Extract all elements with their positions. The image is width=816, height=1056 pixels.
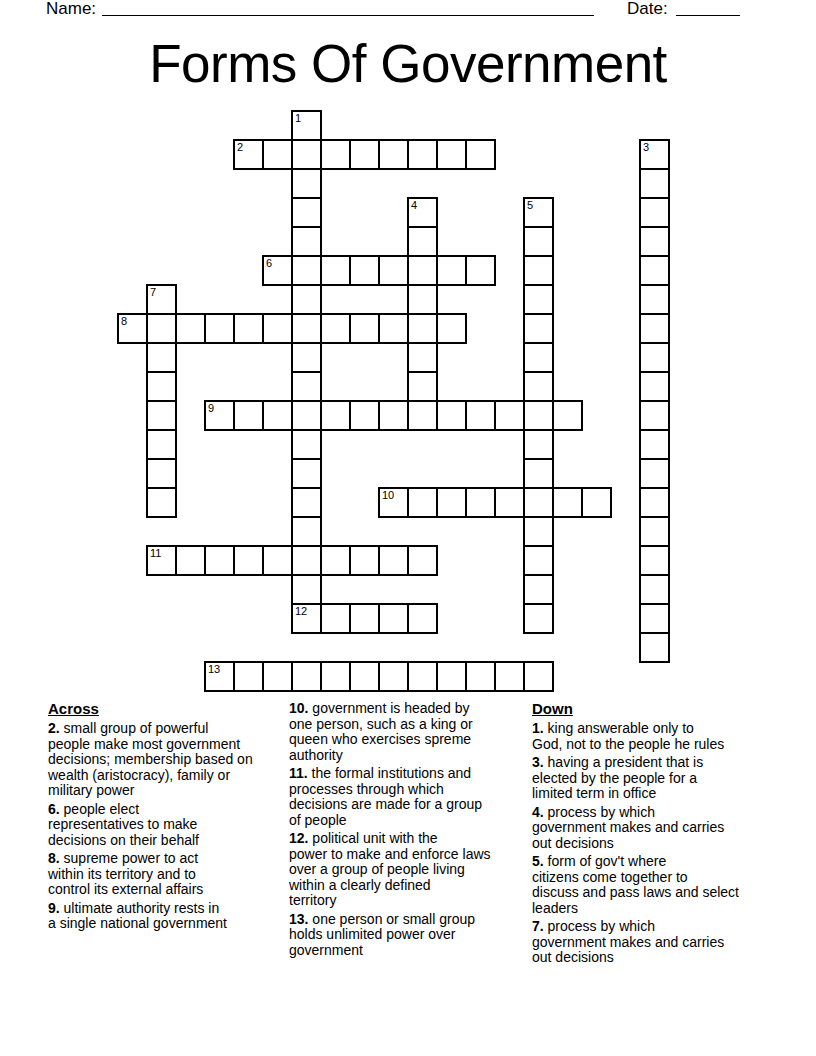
grid-cell[interactable] — [320, 661, 351, 692]
clue-number-label: 8 — [121, 315, 127, 327]
grid-cell[interactable] — [523, 400, 554, 431]
page-title: Forms Of Government — [0, 36, 816, 91]
clue-across-9: 9. ultimate authority rests in a single … — [48, 901, 289, 932]
grid-cell[interactable] — [436, 313, 467, 344]
grid-cell[interactable] — [465, 139, 496, 170]
grid-cell[interactable] — [378, 139, 409, 170]
grid-cell[interactable] — [291, 661, 322, 692]
clue-number: 5. — [532, 853, 544, 869]
grid-cell[interactable] — [146, 342, 177, 373]
grid-cell[interactable] — [233, 661, 264, 692]
clue-number-label: 4 — [411, 199, 417, 211]
clue-text: political unit with the power to make an… — [289, 830, 491, 908]
clue-text: one person or small group holds unlimite… — [289, 911, 475, 958]
grid-cell[interactable] — [639, 342, 670, 373]
grid-cell[interactable] — [320, 255, 351, 286]
grid-cell[interactable] — [465, 400, 496, 431]
grid-cell[interactable] — [465, 661, 496, 692]
grid-cell[interactable] — [639, 487, 670, 518]
clue-number: 3. — [532, 754, 544, 770]
grid-cell[interactable]: 4 — [407, 197, 438, 228]
clue-down-3: 3. having a president that is elected by… — [532, 755, 780, 802]
grid-cell[interactable] — [407, 603, 438, 634]
clue-down-1: 1. king answerable only to God, not to t… — [532, 721, 780, 752]
clues-section: Across 2. small group of powerful people… — [48, 701, 780, 969]
clue-number: 7. — [532, 918, 544, 934]
grid-cell[interactable] — [523, 603, 554, 634]
grid-cell[interactable] — [407, 139, 438, 170]
down-heading: Down — [532, 701, 780, 717]
grid-cell[interactable] — [262, 545, 293, 576]
grid-cell[interactable] — [407, 226, 438, 257]
grid-cell[interactable] — [378, 400, 409, 431]
clue-down-7: 7. process by which government makes and… — [532, 919, 780, 966]
grid-cell[interactable]: 12 — [291, 603, 322, 634]
grid-cell[interactable] — [291, 197, 322, 228]
grid-cell[interactable] — [291, 168, 322, 199]
crossword-grid: 11223456789101113 — [117, 110, 670, 692]
clue-number-label: 5 — [527, 199, 533, 211]
grid-cell[interactable] — [320, 603, 351, 634]
grid-cell[interactable]: 2 — [233, 139, 264, 170]
grid-cell[interactable] — [291, 487, 322, 518]
grid-cell[interactable] — [639, 313, 670, 344]
grid-cell[interactable] — [291, 284, 322, 315]
grid-cell[interactable] — [552, 487, 583, 518]
grid-cell[interactable]: 10 — [378, 487, 409, 518]
grid-cell[interactable] — [233, 313, 264, 344]
grid-cell[interactable] — [320, 139, 351, 170]
grid-cell[interactable] — [291, 516, 322, 547]
across-heading: Across — [48, 701, 289, 717]
clue-text: ultimate authority rests in a single nat… — [48, 900, 227, 932]
grid-cell[interactable] — [407, 545, 438, 576]
grid-cell[interactable] — [639, 168, 670, 199]
grid-cell[interactable] — [378, 603, 409, 634]
grid-cell[interactable] — [204, 313, 235, 344]
grid-cell[interactable] — [291, 139, 322, 170]
clue-across-10: 10. government is headed by one person, … — [289, 701, 532, 763]
clue-text: government is headed by one person, such… — [289, 700, 473, 763]
name-input-line[interactable] — [102, 1, 594, 16]
clue-number-label: 12 — [295, 605, 307, 617]
clue-number-label: 13 — [208, 663, 220, 675]
clue-across-8: 8. supreme power to act within its terri… — [48, 851, 289, 898]
grid-cell[interactable] — [523, 545, 554, 576]
grid-cell[interactable] — [320, 400, 351, 431]
grid-cell[interactable] — [291, 545, 322, 576]
grid-cell[interactable] — [523, 516, 554, 547]
clue-number: 10. — [289, 700, 308, 716]
grid-cell[interactable]: 11 — [146, 545, 177, 576]
down-clues-column: Down 1. king answerable only to God, not… — [532, 701, 780, 969]
grid-cell[interactable] — [523, 574, 554, 605]
grid-cell[interactable] — [407, 313, 438, 344]
clue-number: 12. — [289, 830, 308, 846]
grid-cell[interactable]: 13 — [204, 661, 235, 692]
clue-text: supreme power to act within its territor… — [48, 850, 203, 897]
grid-cell[interactable] — [175, 313, 206, 344]
grid-cell[interactable] — [233, 400, 264, 431]
grid-cell[interactable] — [465, 487, 496, 518]
grid-cell[interactable]: 7 — [146, 284, 177, 315]
clue-number-label: 3 — [643, 141, 649, 153]
grid-cell[interactable] — [291, 400, 322, 431]
clue-text: people elect representatives to make dec… — [48, 801, 199, 848]
grid-cell[interactable]: 8 — [117, 313, 148, 344]
grid-cell[interactable] — [407, 371, 438, 402]
grid-cell[interactable] — [146, 400, 177, 431]
grid-cell[interactable] — [349, 255, 380, 286]
grid-cell[interactable] — [639, 574, 670, 605]
grid-cell[interactable] — [639, 284, 670, 315]
grid-cell[interactable] — [204, 545, 235, 576]
date-input-line[interactable] — [676, 1, 740, 16]
grid-cell[interactable] — [291, 255, 322, 286]
grid-cell[interactable] — [523, 458, 554, 489]
grid-cell[interactable] — [175, 545, 206, 576]
grid-cell[interactable] — [523, 313, 554, 344]
clue-text: process by which government makes and ca… — [532, 918, 724, 965]
clue-text: process by which government makes and ca… — [532, 804, 724, 851]
clue-text: the formal institutions and processes th… — [289, 765, 482, 828]
grid-cell[interactable] — [407, 255, 438, 286]
grid-cell[interactable] — [146, 371, 177, 402]
grid-cell[interactable] — [639, 516, 670, 547]
grid-cell[interactable]: 9 — [204, 400, 235, 431]
grid-cell[interactable] — [291, 429, 322, 460]
clue-number: 13. — [289, 911, 308, 927]
grid-cell[interactable] — [639, 632, 670, 663]
grid-cell[interactable] — [407, 342, 438, 373]
grid-cell[interactable] — [552, 400, 583, 431]
clue-number-label: 9 — [208, 402, 214, 414]
grid-cell[interactable] — [523, 429, 554, 460]
clue-number-label: 10 — [382, 489, 394, 501]
grid-cell[interactable] — [291, 458, 322, 489]
grid-cell[interactable] — [146, 487, 177, 518]
grid-cell[interactable] — [436, 400, 467, 431]
grid-cell[interactable] — [639, 400, 670, 431]
clue-down-4: 4. process by which government makes and… — [532, 805, 780, 852]
grid-cell[interactable] — [436, 661, 467, 692]
clue-number: 11. — [289, 765, 308, 781]
grid-cell[interactable] — [378, 545, 409, 576]
date-label: Date: — [627, 0, 668, 17]
grid-cell[interactable] — [581, 487, 612, 518]
grid-cell[interactable] — [349, 603, 380, 634]
grid-cell[interactable] — [407, 487, 438, 518]
grid-cell[interactable] — [523, 371, 554, 402]
grid-cell[interactable] — [291, 574, 322, 605]
grid-cell[interactable] — [639, 255, 670, 286]
grid-cell[interactable] — [523, 487, 554, 518]
grid-cell[interactable] — [465, 255, 496, 286]
grid-cell[interactable] — [291, 313, 322, 344]
grid-cell[interactable] — [523, 255, 554, 286]
grid-cell[interactable]: 6 — [262, 255, 293, 286]
grid-cell[interactable] — [523, 342, 554, 373]
grid-cell[interactable] — [378, 313, 409, 344]
grid-cell[interactable] — [291, 342, 322, 373]
clue-number: 8. — [48, 850, 60, 866]
clue-number-label: 2 — [237, 141, 243, 153]
clue-number-label: 7 — [150, 286, 156, 298]
name-label: Name: — [46, 0, 96, 17]
grid-cell[interactable] — [639, 226, 670, 257]
grid-cell[interactable] — [494, 400, 525, 431]
grid-cell[interactable] — [436, 255, 467, 286]
grid-cell[interactable] — [349, 661, 380, 692]
clue-number-label: 11 — [150, 547, 161, 559]
clue-across-6: 6. people elect representatives to make … — [48, 802, 289, 849]
clue-text: small group of powerful people make most… — [48, 720, 253, 798]
grid-cell[interactable] — [349, 400, 380, 431]
clue-across-12: 12. political unit with the power to mak… — [289, 831, 532, 909]
grid-cell[interactable] — [378, 661, 409, 692]
grid-cell[interactable] — [523, 226, 554, 257]
grid-cell[interactable]: 1 — [291, 110, 322, 141]
grid-cell[interactable] — [436, 139, 467, 170]
grid-cell[interactable] — [262, 139, 293, 170]
grid-cell[interactable] — [320, 545, 351, 576]
grid-cell[interactable] — [320, 313, 351, 344]
grid-cell[interactable] — [494, 487, 525, 518]
grid-cell[interactable] — [291, 226, 322, 257]
grid-cell[interactable] — [639, 371, 670, 402]
clue-number: 1. — [532, 720, 544, 736]
crossword-worksheet-page: { "header": { "name_label": "Name:", "da… — [0, 0, 816, 1056]
grid-cell[interactable] — [407, 661, 438, 692]
grid-cell[interactable] — [262, 313, 293, 344]
clue-number: 4. — [532, 804, 544, 820]
grid-cell[interactable] — [291, 371, 322, 402]
clue-down-5: 5. form of gov't where citizens come tog… — [532, 854, 780, 916]
grid-cell[interactable] — [407, 400, 438, 431]
clue-text: form of gov't where citizens come togeth… — [532, 853, 739, 916]
grid-cell[interactable] — [349, 313, 380, 344]
grid-cell[interactable] — [262, 400, 293, 431]
grid-cell[interactable] — [523, 284, 554, 315]
clue-number: 6. — [48, 801, 60, 817]
grid-cell[interactable] — [349, 139, 380, 170]
grid-cell[interactable] — [523, 661, 554, 692]
grid-cell[interactable] — [146, 429, 177, 460]
clue-text: having a president that is elected by th… — [532, 754, 703, 801]
grid-cell[interactable] — [436, 487, 467, 518]
clue-across-11: 11. the formal institutions and processe… — [289, 766, 532, 828]
grid-cell[interactable] — [639, 197, 670, 228]
grid-cell[interactable] — [639, 545, 670, 576]
grid-cell[interactable] — [262, 661, 293, 692]
grid-cell[interactable] — [233, 545, 264, 576]
grid-cell[interactable] — [639, 458, 670, 489]
grid-cell[interactable] — [639, 603, 670, 634]
grid-cell[interactable] — [407, 284, 438, 315]
clue-across-2: 2. small group of powerful people make m… — [48, 721, 289, 799]
clue-number-label: 1 — [295, 112, 301, 124]
grid-cell[interactable]: 3 — [639, 139, 670, 170]
grid-cell[interactable]: 5 — [523, 197, 554, 228]
grid-cell[interactable] — [639, 429, 670, 460]
grid-cell[interactable] — [146, 458, 177, 489]
clue-text: king answerable only to God, not to the … — [532, 720, 724, 752]
clue-number: 9. — [48, 900, 60, 916]
across-clues-column-continued: 10. government is headed by one person, … — [289, 701, 532, 969]
grid-cell[interactable] — [378, 255, 409, 286]
clue-number-label: 6 — [266, 257, 272, 269]
grid-cell[interactable] — [146, 313, 177, 344]
clue-number: 2. — [48, 720, 60, 736]
across-clues-column: Across 2. small group of powerful people… — [48, 701, 289, 969]
grid-cell[interactable] — [349, 545, 380, 576]
clue-across-13: 13. one person or small group holds unli… — [289, 912, 532, 959]
grid-cell[interactable] — [494, 661, 525, 692]
